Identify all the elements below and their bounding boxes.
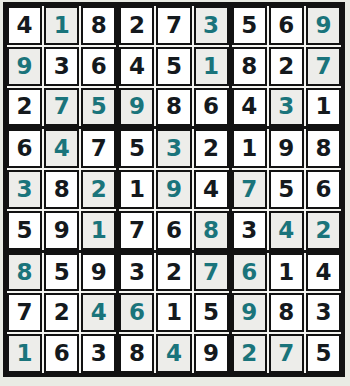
cell-r5c1[interactable]: 3: [7, 170, 42, 209]
cell-r1c2[interactable]: 1: [44, 6, 79, 45]
cell-r1c5[interactable]: 7: [156, 6, 191, 45]
cell-r9c8[interactable]: 7: [269, 334, 304, 373]
cell-r8c8[interactable]: 8: [269, 293, 304, 332]
sudoku-box-8: 327615849: [119, 253, 228, 373]
cell-r1c7[interactable]: 5: [232, 6, 267, 45]
cell-r6c3[interactable]: 1: [81, 211, 116, 250]
sudoku-box-9: 614983275: [232, 253, 341, 373]
cell-r5c9[interactable]: 6: [306, 170, 341, 209]
sudoku-box-2: 273451986: [119, 6, 228, 126]
cell-r4c6[interactable]: 2: [194, 129, 229, 168]
cell-r8c3[interactable]: 4: [81, 293, 116, 332]
cell-r7c5[interactable]: 2: [156, 253, 191, 292]
sudoku-board: 4189362752734519865698274316473825915321…: [3, 2, 345, 377]
cell-r7c7[interactable]: 6: [232, 253, 267, 292]
cell-r1c6[interactable]: 3: [194, 6, 229, 45]
cell-r9c3[interactable]: 3: [81, 334, 116, 373]
cell-r3c7[interactable]: 4: [232, 88, 267, 127]
cell-r7c4[interactable]: 3: [119, 253, 154, 292]
cell-r7c8[interactable]: 1: [269, 253, 304, 292]
cell-r9c9[interactable]: 5: [306, 334, 341, 373]
cell-r3c8[interactable]: 3: [269, 88, 304, 127]
cell-r7c3[interactable]: 9: [81, 253, 116, 292]
cell-r7c6[interactable]: 7: [194, 253, 229, 292]
cell-r6c6[interactable]: 8: [194, 211, 229, 250]
cell-r8c9[interactable]: 3: [306, 293, 341, 332]
cell-r2c4[interactable]: 4: [119, 47, 154, 86]
cell-r3c1[interactable]: 2: [7, 88, 42, 127]
cell-r6c5[interactable]: 6: [156, 211, 191, 250]
cell-r9c4[interactable]: 8: [119, 334, 154, 373]
cell-r2c5[interactable]: 5: [156, 47, 191, 86]
cell-r4c4[interactable]: 5: [119, 129, 154, 168]
cell-r4c2[interactable]: 4: [44, 129, 79, 168]
cell-r4c7[interactable]: 1: [232, 129, 267, 168]
sudoku-box-1: 418936275: [7, 6, 116, 126]
cell-r3c2[interactable]: 7: [44, 88, 79, 127]
cell-r4c3[interactable]: 7: [81, 129, 116, 168]
cell-r6c1[interactable]: 5: [7, 211, 42, 250]
sudoku-box-4: 647382591: [7, 129, 116, 249]
cell-r5c3[interactable]: 2: [81, 170, 116, 209]
cell-r2c1[interactable]: 9: [7, 47, 42, 86]
cell-r1c9[interactable]: 9: [306, 6, 341, 45]
cell-r1c8[interactable]: 6: [269, 6, 304, 45]
cell-r8c6[interactable]: 5: [194, 293, 229, 332]
cell-r6c2[interactable]: 9: [44, 211, 79, 250]
cell-r5c2[interactable]: 8: [44, 170, 79, 209]
cell-r6c8[interactable]: 4: [269, 211, 304, 250]
cell-r7c1[interactable]: 8: [7, 253, 42, 292]
cell-r3c5[interactable]: 8: [156, 88, 191, 127]
cell-r5c7[interactable]: 7: [232, 170, 267, 209]
sudoku-box-6: 198756342: [232, 129, 341, 249]
cell-r2c2[interactable]: 3: [44, 47, 79, 86]
cell-r2c3[interactable]: 6: [81, 47, 116, 86]
cell-r7c2[interactable]: 5: [44, 253, 79, 292]
cell-r1c1[interactable]: 4: [7, 6, 42, 45]
cell-r8c7[interactable]: 9: [232, 293, 267, 332]
cell-r4c8[interactable]: 9: [269, 129, 304, 168]
sudoku-box-3: 569827431: [232, 6, 341, 126]
cell-r2c8[interactable]: 2: [269, 47, 304, 86]
cell-r5c5[interactable]: 9: [156, 170, 191, 209]
cell-r9c5[interactable]: 4: [156, 334, 191, 373]
cell-r8c1[interactable]: 7: [7, 293, 42, 332]
cell-r6c7[interactable]: 3: [232, 211, 267, 250]
cell-r2c6[interactable]: 1: [194, 47, 229, 86]
cell-r3c9[interactable]: 1: [306, 88, 341, 127]
cell-r4c9[interactable]: 8: [306, 129, 341, 168]
cell-r9c2[interactable]: 6: [44, 334, 79, 373]
cell-r5c6[interactable]: 4: [194, 170, 229, 209]
cell-r4c1[interactable]: 6: [7, 129, 42, 168]
sudoku-box-5: 532194768: [119, 129, 228, 249]
sudoku-box-7: 859724163: [7, 253, 116, 373]
cell-r3c4[interactable]: 9: [119, 88, 154, 127]
cell-r9c7[interactable]: 2: [232, 334, 267, 373]
cell-r8c2[interactable]: 2: [44, 293, 79, 332]
cell-r6c9[interactable]: 2: [306, 211, 341, 250]
cell-r2c9[interactable]: 7: [306, 47, 341, 86]
cell-r3c3[interactable]: 5: [81, 88, 116, 127]
cell-r1c3[interactable]: 8: [81, 6, 116, 45]
cell-r2c7[interactable]: 8: [232, 47, 267, 86]
cell-r8c4[interactable]: 6: [119, 293, 154, 332]
cell-r6c4[interactable]: 7: [119, 211, 154, 250]
cell-r1c4[interactable]: 2: [119, 6, 154, 45]
cell-r9c6[interactable]: 9: [194, 334, 229, 373]
cell-r9c1[interactable]: 1: [7, 334, 42, 373]
cell-r8c5[interactable]: 1: [156, 293, 191, 332]
cell-r4c5[interactable]: 3: [156, 129, 191, 168]
cell-r3c6[interactable]: 6: [194, 88, 229, 127]
cell-r5c4[interactable]: 1: [119, 170, 154, 209]
cell-r7c9[interactable]: 4: [306, 253, 341, 292]
cell-r5c8[interactable]: 5: [269, 170, 304, 209]
